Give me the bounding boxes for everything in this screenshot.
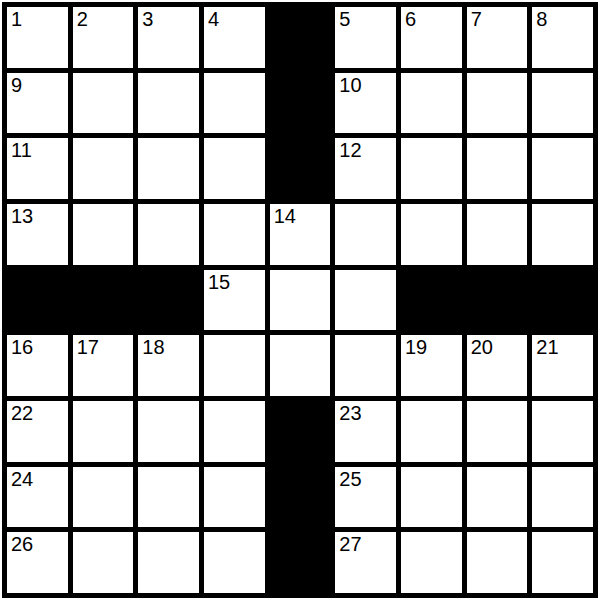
white-cell[interactable] [401,401,462,462]
white-cell[interactable] [532,138,593,199]
white-cell[interactable]: 1 [7,7,68,68]
clue-number: 6 [405,8,416,30]
white-cell[interactable] [335,204,396,265]
white-cell[interactable] [73,532,134,593]
white-cell[interactable]: 2 [73,7,134,68]
black-cell [467,270,528,331]
white-cell[interactable] [73,204,134,265]
white-cell[interactable] [204,335,265,396]
clue-number: 15 [208,271,230,293]
clue-number: 14 [274,205,296,227]
white-cell[interactable]: 16 [7,335,68,396]
white-cell[interactable] [73,73,134,134]
white-cell[interactable] [204,204,265,265]
black-cell [270,7,331,68]
white-cell[interactable]: 9 [7,73,68,134]
white-cell[interactable]: 15 [204,270,265,331]
white-cell[interactable] [532,401,593,462]
white-cell[interactable]: 6 [401,7,462,68]
white-cell[interactable] [204,138,265,199]
white-cell[interactable] [467,73,528,134]
white-cell[interactable] [467,401,528,462]
white-cell[interactable] [138,138,199,199]
white-cell[interactable]: 24 [7,467,68,528]
black-cell [270,532,331,593]
white-cell[interactable] [204,532,265,593]
black-cell [7,270,68,331]
white-cell[interactable]: 22 [7,401,68,462]
white-cell[interactable]: 20 [467,335,528,396]
clue-number: 11 [11,139,32,161]
white-cell[interactable] [138,467,199,528]
white-cell[interactable]: 26 [7,532,68,593]
clue-number: 8 [536,8,547,30]
white-cell[interactable]: 21 [532,335,593,396]
white-cell[interactable]: 4 [204,7,265,68]
clue-number: 16 [11,336,33,358]
white-cell[interactable]: 10 [335,73,396,134]
white-cell[interactable]: 5 [335,7,396,68]
white-cell[interactable] [204,73,265,134]
crossword-board: 1234567891011121314151617181920212223242… [2,2,598,598]
clue-number: 27 [339,533,361,555]
white-cell[interactable]: 23 [335,401,396,462]
white-cell[interactable]: 18 [138,335,199,396]
clue-number: 24 [11,468,33,490]
black-cell [532,270,593,331]
white-cell[interactable] [532,204,593,265]
white-cell[interactable] [73,401,134,462]
clue-number: 19 [405,336,427,358]
clue-number: 10 [339,74,361,96]
white-cell[interactable] [401,138,462,199]
white-cell[interactable] [73,467,134,528]
white-cell[interactable]: 11 [7,138,68,199]
white-cell[interactable]: 25 [335,467,396,528]
clue-number: 25 [339,468,361,490]
white-cell[interactable] [138,401,199,462]
clue-number: 9 [11,74,22,96]
white-cell[interactable] [532,467,593,528]
white-cell[interactable] [401,532,462,593]
white-cell[interactable]: 17 [73,335,134,396]
clue-number: 18 [142,336,164,358]
white-cell[interactable] [204,467,265,528]
clue-number: 12 [339,139,361,161]
clue-number: 26 [11,533,33,555]
white-cell[interactable] [270,270,331,331]
white-cell[interactable] [138,204,199,265]
white-cell[interactable] [401,73,462,134]
white-cell[interactable]: 7 [467,7,528,68]
white-cell[interactable] [401,204,462,265]
black-cell [401,270,462,331]
black-cell [270,73,331,134]
white-cell[interactable] [335,270,396,331]
clue-number: 7 [471,8,482,30]
clue-number: 17 [77,336,99,358]
black-cell [270,401,331,462]
clue-number: 3 [142,8,153,30]
white-cell[interactable] [138,532,199,593]
clue-number: 4 [208,8,219,30]
white-cell[interactable] [335,335,396,396]
white-cell[interactable]: 13 [7,204,68,265]
clue-number: 22 [11,402,33,424]
white-cell[interactable] [467,532,528,593]
black-cell [138,270,199,331]
white-cell[interactable] [401,467,462,528]
clue-number: 21 [536,336,558,358]
white-cell[interactable]: 19 [401,335,462,396]
black-cell [270,138,331,199]
white-cell[interactable] [467,467,528,528]
clue-number: 1 [11,8,22,30]
black-cell [270,467,331,528]
black-cell [73,270,134,331]
white-cell[interactable] [138,73,199,134]
white-cell[interactable] [532,73,593,134]
white-cell[interactable] [467,138,528,199]
clue-number: 13 [11,205,33,227]
white-cell[interactable] [270,335,331,396]
white-cell[interactable] [73,138,134,199]
white-cell[interactable] [532,532,593,593]
white-cell[interactable]: 27 [335,532,396,593]
clue-number: 23 [339,402,361,424]
clue-number: 20 [471,336,493,358]
clue-number: 2 [77,8,88,30]
white-cell[interactable]: 3 [138,7,199,68]
white-cell[interactable]: 12 [335,138,396,199]
clue-number: 5 [339,8,350,30]
white-cell[interactable]: 8 [532,7,593,68]
white-cell[interactable] [204,401,265,462]
white-cell[interactable]: 14 [270,204,331,265]
white-cell[interactable] [467,204,528,265]
